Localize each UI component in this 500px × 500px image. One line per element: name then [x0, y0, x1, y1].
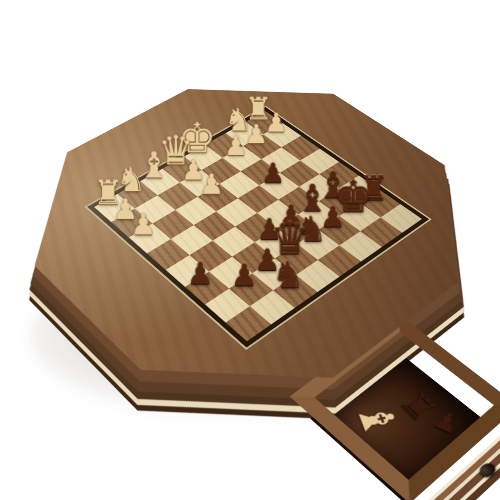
stage: ♜♞♝♛♚♞♜♟♟♟♟♟♟♟♟♟♟♟♝♝♟♟♛♞♟♚♜♞ ♝♜♟	[0, 0, 500, 500]
drawer-piece-black-rook: ♜	[393, 386, 445, 428]
chess-table-scene: ♜♞♝♛♚♞♜♟♟♟♟♟♟♟♟♟♟♟♝♝♟♟♛♞♟♚♜♞ ♝♜♟	[0, 26, 500, 500]
product-photo: ♜♞♝♛♚♞♜♟♟♟♟♟♟♟♟♟♟♟♝♝♟♟♛♞♟♚♜♞ ♝♜♟	[0, 0, 500, 500]
drawer-piece-black-pawn: ♟	[429, 406, 465, 439]
drawer-knob	[476, 461, 498, 480]
